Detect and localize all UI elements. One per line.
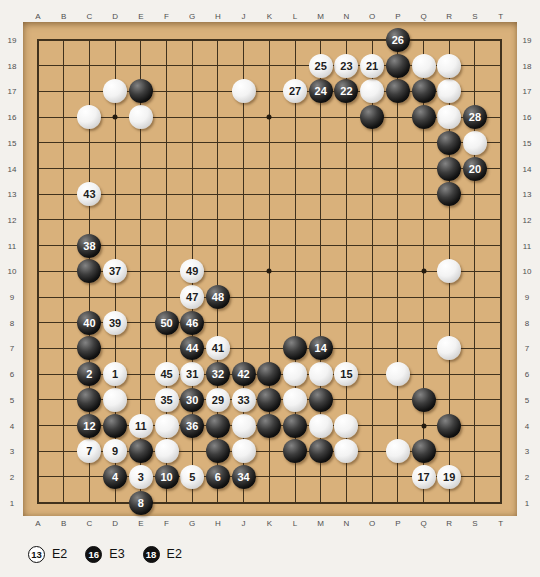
stone-C5[interactable] xyxy=(77,388,101,412)
stone-R13[interactable] xyxy=(437,182,461,206)
column-label-bottom: R xyxy=(446,519,452,528)
stone-R2[interactable]: 19 xyxy=(437,465,461,489)
stone-number-label: 4 xyxy=(112,471,118,483)
row-label-right: 10 xyxy=(523,267,532,276)
stone-number-label: 48 xyxy=(212,291,224,303)
stone-J2[interactable]: 34 xyxy=(232,465,256,489)
stone-R17[interactable] xyxy=(437,79,461,103)
column-label-top: T xyxy=(498,12,503,21)
stone-M6[interactable] xyxy=(309,362,333,386)
column-label-top: C xyxy=(87,12,93,21)
column-label-top: P xyxy=(395,12,400,21)
column-label-top: E xyxy=(138,12,143,21)
stone-G7[interactable]: 44 xyxy=(180,336,204,360)
row-label-right: 5 xyxy=(525,395,529,404)
row-label-left: 15 xyxy=(8,138,17,147)
column-label-top: O xyxy=(369,12,375,21)
stone-O17[interactable] xyxy=(360,79,384,103)
stone-C3[interactable]: 7 xyxy=(77,439,101,463)
row-label-left: 16 xyxy=(8,113,17,122)
column-label-top: F xyxy=(164,12,169,21)
stone-number-label: 36 xyxy=(186,420,198,432)
stone-D17[interactable] xyxy=(103,79,127,103)
row-label-right: 13 xyxy=(523,190,532,199)
stone-S16[interactable]: 28 xyxy=(463,105,487,129)
column-label-bottom: S xyxy=(472,519,477,528)
move-legend: 13E216E318E2 xyxy=(28,541,200,567)
row-label-left: 5 xyxy=(10,395,14,404)
stone-number-label: 21 xyxy=(366,60,378,72)
row-label-left: 4 xyxy=(10,421,14,430)
row-label-right: 2 xyxy=(525,472,529,481)
stone-C4[interactable]: 12 xyxy=(77,414,101,438)
column-label-top: J xyxy=(242,12,246,21)
stone-L17[interactable]: 27 xyxy=(283,79,307,103)
stone-N18[interactable]: 23 xyxy=(334,54,358,78)
stone-L7[interactable] xyxy=(283,336,307,360)
stone-K5[interactable] xyxy=(257,388,281,412)
stone-J4[interactable] xyxy=(232,414,256,438)
column-label-top: S xyxy=(472,12,477,21)
stone-number-label: 50 xyxy=(160,317,172,329)
stone-P18[interactable] xyxy=(386,54,410,78)
stone-number-label: 44 xyxy=(186,342,198,354)
stone-number-label: 19 xyxy=(443,471,455,483)
stone-G10[interactable]: 49 xyxy=(180,259,204,283)
column-label-bottom: L xyxy=(293,519,297,528)
stone-E16[interactable] xyxy=(129,105,153,129)
column-label-bottom: J xyxy=(242,519,246,528)
stone-number-label: 11 xyxy=(135,420,147,432)
stone-number-label: 6 xyxy=(215,471,221,483)
stone-number-label: 46 xyxy=(186,317,198,329)
stone-L4[interactable] xyxy=(283,414,307,438)
stone-Q5[interactable] xyxy=(412,388,436,412)
stone-P17[interactable] xyxy=(386,79,410,103)
row-label-right: 17 xyxy=(523,87,532,96)
column-label-top: N xyxy=(344,12,350,21)
column-label-bottom: K xyxy=(267,519,272,528)
legend-point-label: E2 xyxy=(52,547,67,561)
stone-H2[interactable]: 6 xyxy=(206,465,230,489)
column-label-top: M xyxy=(317,12,324,21)
stone-J6[interactable]: 42 xyxy=(232,362,256,386)
stone-H7[interactable]: 41 xyxy=(206,336,230,360)
stone-O18[interactable]: 21 xyxy=(360,54,384,78)
column-label-bottom: N xyxy=(344,519,350,528)
row-label-left: 9 xyxy=(10,293,14,302)
row-label-right: 9 xyxy=(525,293,529,302)
stone-number-label: 41 xyxy=(212,342,224,354)
row-label-right: 19 xyxy=(523,36,532,45)
stone-K6[interactable] xyxy=(257,362,281,386)
row-label-right: 7 xyxy=(525,344,529,353)
legend-stone-18: 18 xyxy=(143,546,160,563)
stone-F8[interactable]: 50 xyxy=(155,311,179,335)
row-label-left: 3 xyxy=(10,447,14,456)
legend-stone-16: 16 xyxy=(85,546,102,563)
column-label-top: H xyxy=(215,12,221,21)
stone-number-label: 1 xyxy=(112,368,118,380)
column-label-top: R xyxy=(446,12,452,21)
stone-number-label: 3 xyxy=(138,471,144,483)
stone-H9[interactable]: 48 xyxy=(206,285,230,309)
stone-L3[interactable] xyxy=(283,439,307,463)
stone-D5[interactable] xyxy=(103,388,127,412)
row-label-right: 18 xyxy=(523,61,532,70)
stone-E3[interactable] xyxy=(129,439,153,463)
stone-P19[interactable]: 26 xyxy=(386,28,410,52)
stone-F2[interactable]: 10 xyxy=(155,465,179,489)
stone-number-label: 39 xyxy=(109,317,121,329)
stone-number-label: 5 xyxy=(189,471,195,483)
column-label-bottom: O xyxy=(369,519,375,528)
column-label-top: D xyxy=(112,12,118,21)
row-label-left: 12 xyxy=(8,215,17,224)
stone-G5[interactable]: 30 xyxy=(180,388,204,412)
column-label-bottom: T xyxy=(498,519,503,528)
row-label-left: 13 xyxy=(8,190,17,199)
row-label-left: 8 xyxy=(10,318,14,327)
stone-P6[interactable] xyxy=(386,362,410,386)
stone-number-label: 15 xyxy=(340,368,352,380)
stone-number-label: 26 xyxy=(392,34,404,46)
stone-number-label: 43 xyxy=(83,188,95,200)
stone-number-label: 42 xyxy=(237,368,249,380)
stone-number-label: 47 xyxy=(186,291,198,303)
go-board[interactable]: 1234567891011121415171920212223242526272… xyxy=(23,22,517,516)
stone-C8[interactable]: 40 xyxy=(77,311,101,335)
stone-C6[interactable]: 2 xyxy=(77,362,101,386)
stone-C7[interactable] xyxy=(77,336,101,360)
column-label-bottom: M xyxy=(317,519,324,528)
stone-number-label: 12 xyxy=(83,420,95,432)
stone-D6[interactable]: 1 xyxy=(103,362,127,386)
stone-Q18[interactable] xyxy=(412,54,436,78)
stone-number-label: 30 xyxy=(186,394,198,406)
stone-number-label: 27 xyxy=(289,85,301,97)
stone-number-label: 38 xyxy=(83,240,95,252)
stone-H5[interactable]: 29 xyxy=(206,388,230,412)
stone-M17[interactable]: 24 xyxy=(309,79,333,103)
stone-D3[interactable]: 9 xyxy=(103,439,127,463)
row-label-right: 3 xyxy=(525,447,529,456)
stone-H6[interactable]: 32 xyxy=(206,362,230,386)
stone-M4[interactable] xyxy=(309,414,333,438)
legend-point-label: E3 xyxy=(109,547,124,561)
stone-R14[interactable] xyxy=(437,157,461,181)
stone-K4[interactable] xyxy=(257,414,281,438)
stone-number-label: 20 xyxy=(469,163,481,175)
stone-J5[interactable]: 33 xyxy=(232,388,256,412)
stone-E17[interactable] xyxy=(129,79,153,103)
column-label-top: B xyxy=(61,12,66,21)
stone-number-label: 23 xyxy=(340,60,352,72)
stone-M5[interactable] xyxy=(309,388,333,412)
row-label-right: 14 xyxy=(523,164,532,173)
stone-E4[interactable]: 11 xyxy=(129,414,153,438)
row-label-left: 7 xyxy=(10,344,14,353)
column-label-top: L xyxy=(293,12,297,21)
row-label-right: 8 xyxy=(525,318,529,327)
stone-O16[interactable] xyxy=(360,105,384,129)
stone-G4[interactable]: 36 xyxy=(180,414,204,438)
stone-R10[interactable] xyxy=(437,259,461,283)
stone-N6[interactable]: 15 xyxy=(334,362,358,386)
column-label-bottom: B xyxy=(61,519,66,528)
stone-Q2[interactable]: 17 xyxy=(412,465,436,489)
stone-number-label: 10 xyxy=(160,471,172,483)
stone-R4[interactable] xyxy=(437,414,461,438)
stone-M18[interactable]: 25 xyxy=(309,54,333,78)
stone-F6[interactable]: 45 xyxy=(155,362,179,386)
stone-J3[interactable] xyxy=(232,439,256,463)
legend-item: 16E3 xyxy=(85,546,142,563)
row-label-right: 12 xyxy=(523,215,532,224)
stone-J17[interactable] xyxy=(232,79,256,103)
stone-R16[interactable] xyxy=(437,105,461,129)
stone-number-label: 28 xyxy=(469,111,481,123)
stone-G9[interactable]: 47 xyxy=(180,285,204,309)
stone-C11[interactable]: 38 xyxy=(77,234,101,258)
stone-R15[interactable] xyxy=(437,131,461,155)
stone-S15[interactable] xyxy=(463,131,487,155)
go-diagram-page: 1234567891011121415171920212223242526272… xyxy=(0,0,540,577)
stone-D4[interactable] xyxy=(103,414,127,438)
stone-number-label: 7 xyxy=(86,445,92,457)
legend-point-label: E2 xyxy=(167,547,182,561)
column-label-bottom: D xyxy=(112,519,118,528)
row-label-right: 1 xyxy=(525,498,529,507)
stone-P3[interactable] xyxy=(386,439,410,463)
column-label-bottom: G xyxy=(189,519,195,528)
stone-number-label: 37 xyxy=(109,265,121,277)
row-label-right: 4 xyxy=(525,421,529,430)
row-label-left: 14 xyxy=(8,164,17,173)
stone-number-label: 2 xyxy=(86,368,92,380)
stone-R7[interactable] xyxy=(437,336,461,360)
column-label-bottom: P xyxy=(395,519,400,528)
star-point xyxy=(267,269,272,274)
stone-number-label: 45 xyxy=(160,368,172,380)
row-label-left: 1 xyxy=(10,498,14,507)
stone-N17[interactable]: 22 xyxy=(334,79,358,103)
row-label-right: 15 xyxy=(523,138,532,147)
stone-number-label: 49 xyxy=(186,265,198,277)
stone-Q3[interactable] xyxy=(412,439,436,463)
column-label-top: K xyxy=(267,12,272,21)
stone-H3[interactable] xyxy=(206,439,230,463)
row-label-left: 19 xyxy=(8,36,17,45)
column-label-bottom: C xyxy=(87,519,93,528)
star-point xyxy=(421,269,426,274)
star-point xyxy=(267,115,272,120)
legend-stone-13: 13 xyxy=(28,546,45,563)
stone-N4[interactable] xyxy=(334,414,358,438)
column-label-bottom: H xyxy=(215,519,221,528)
stone-F5[interactable]: 35 xyxy=(155,388,179,412)
column-label-bottom: A xyxy=(35,519,40,528)
column-label-bottom: E xyxy=(138,519,143,528)
stone-number-label: 35 xyxy=(160,394,172,406)
stone-number-label: 33 xyxy=(237,394,249,406)
stone-E2[interactable]: 3 xyxy=(129,465,153,489)
stone-C16[interactable] xyxy=(77,105,101,129)
column-label-top: G xyxy=(189,12,195,21)
stone-number-label: 34 xyxy=(237,471,249,483)
stone-D8[interactable]: 39 xyxy=(103,311,127,335)
stone-Q17[interactable] xyxy=(412,79,436,103)
stone-Q16[interactable] xyxy=(412,105,436,129)
stone-number-label: 29 xyxy=(212,394,224,406)
column-label-bottom: F xyxy=(164,519,169,528)
stone-M7[interactable]: 14 xyxy=(309,336,333,360)
stone-R18[interactable] xyxy=(437,54,461,78)
stone-number-label: 24 xyxy=(315,85,327,97)
legend-item: 13E2 xyxy=(28,546,85,563)
stone-number-label: 17 xyxy=(417,471,429,483)
stone-number-label: 22 xyxy=(340,85,352,97)
stone-number-label: 9 xyxy=(112,445,118,457)
star-point xyxy=(421,423,426,428)
column-label-bottom: Q xyxy=(420,519,426,528)
stone-C10[interactable] xyxy=(77,259,101,283)
stone-S14[interactable]: 20 xyxy=(463,157,487,181)
legend-item: 18E2 xyxy=(143,546,200,563)
row-label-left: 2 xyxy=(10,472,14,481)
stone-L6[interactable] xyxy=(283,362,307,386)
stone-D10[interactable]: 37 xyxy=(103,259,127,283)
stone-number-label: 31 xyxy=(186,368,198,380)
stone-number-label: 25 xyxy=(315,60,327,72)
stone-F4[interactable] xyxy=(155,414,179,438)
row-label-right: 16 xyxy=(523,113,532,122)
stone-G2[interactable]: 5 xyxy=(180,465,204,489)
row-label-right: 6 xyxy=(525,370,529,379)
stone-G6[interactable]: 31 xyxy=(180,362,204,386)
stone-E1[interactable]: 8 xyxy=(129,491,153,515)
stone-G8[interactable]: 46 xyxy=(180,311,204,335)
stone-M3[interactable] xyxy=(309,439,333,463)
stone-number-label: 32 xyxy=(212,368,224,380)
stone-L5[interactable] xyxy=(283,388,307,412)
stone-number-label: 40 xyxy=(83,317,95,329)
row-label-right: 11 xyxy=(523,241,531,250)
stone-D2[interactable]: 4 xyxy=(103,465,127,489)
row-label-left: 18 xyxy=(8,61,17,70)
row-label-left: 17 xyxy=(8,87,17,96)
column-label-top: A xyxy=(35,12,40,21)
stone-number-label: 14 xyxy=(315,342,327,354)
column-label-top: Q xyxy=(420,12,426,21)
row-label-left: 11 xyxy=(8,241,16,250)
row-label-left: 6 xyxy=(10,370,14,379)
stone-F3[interactable] xyxy=(155,439,179,463)
row-label-left: 10 xyxy=(8,267,17,276)
stone-N3[interactable] xyxy=(334,439,358,463)
star-point xyxy=(113,115,118,120)
stone-number-label: 8 xyxy=(138,497,144,509)
stone-H4[interactable] xyxy=(206,414,230,438)
stone-C13[interactable]: 43 xyxy=(77,182,101,206)
